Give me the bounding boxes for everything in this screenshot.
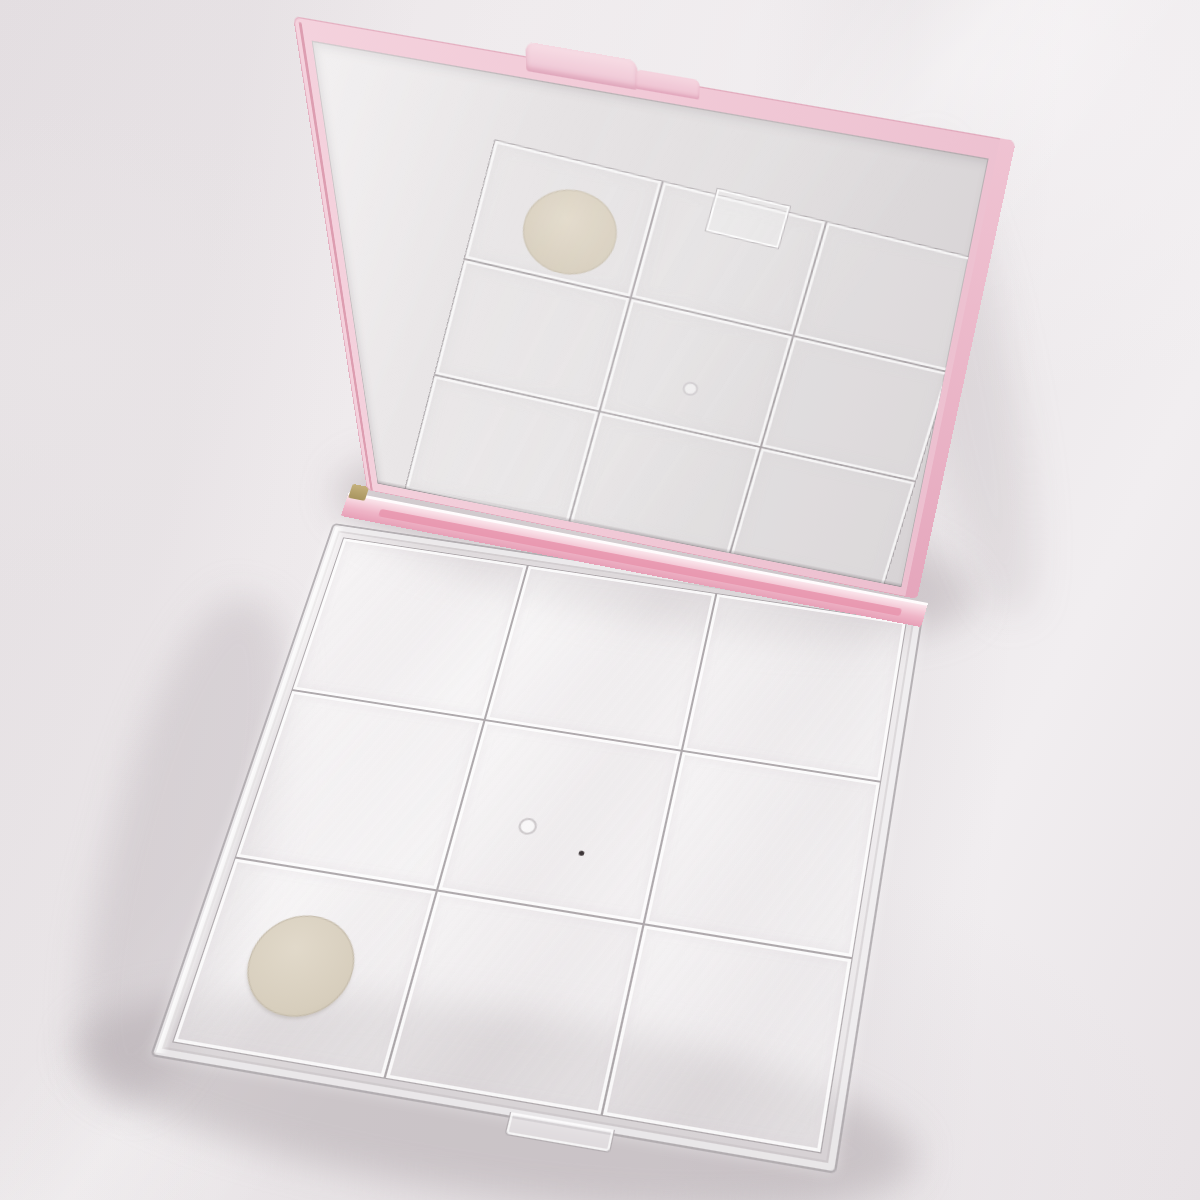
dust-speck — [578, 850, 584, 856]
tray-grid — [172, 537, 907, 1153]
compartment-r1c3 — [681, 593, 906, 782]
photo-scene — [0, 0, 1200, 1200]
front-clasp-tab — [504, 1112, 614, 1153]
mold-mark — [517, 816, 539, 835]
palette-tray — [150, 523, 924, 1174]
lid-latch-tab-step — [635, 69, 700, 100]
compartment-r2c3 — [643, 751, 881, 959]
compartment-r3c3 — [601, 924, 853, 1153]
compartment-r1c2 — [485, 565, 716, 751]
reflected-magnet-disc — [514, 180, 627, 283]
magnet-disc — [233, 908, 366, 1024]
reflected-mold-mark — [681, 380, 700, 397]
